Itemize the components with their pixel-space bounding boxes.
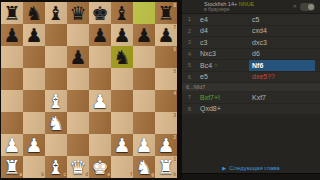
- white-move[interactable]: e5: [197, 72, 249, 83]
- analysis-panel: Stockfish 14+ NNUE в браузере ✕ 1e4c52d4…: [182, 0, 320, 180]
- variation-line[interactable]: 6...Nfd7: [182, 83, 320, 92]
- square-d1[interactable]: ♛d: [67, 156, 89, 178]
- engine-toggle[interactable]: [300, 3, 315, 11]
- black-move[interactable]: d6: [249, 49, 315, 60]
- move-list: 1e4c52d4cxd43c3dxc34Nxc3d65Bc4○Nf66e5dxe…: [182, 14, 320, 115]
- white-pawn[interactable]: ♟: [89, 90, 111, 112]
- square-f5[interactable]: [111, 68, 133, 90]
- move-row: 1e4c5: [182, 14, 320, 26]
- square-e3[interactable]: [89, 112, 111, 134]
- square-d2[interactable]: [67, 134, 89, 156]
- video-frame: ♜♞♝♛♚♝♜8♟♟♟♟♟♟7♟♞65♝♟4♞3♟♟♟♟♟2♜ab♝c♛d♚ef…: [0, 0, 320, 180]
- move-number: 2: [182, 26, 197, 37]
- move-number: 8: [182, 104, 197, 115]
- square-e2[interactable]: [89, 134, 111, 156]
- move-number: 6: [182, 72, 197, 83]
- rank-label: 1: [173, 157, 176, 162]
- move-row: 6e5dxe5??: [182, 72, 320, 84]
- square-d8[interactable]: ♛: [67, 2, 89, 24]
- square-b8[interactable]: ♞: [23, 2, 45, 24]
- black-pawn[interactable]: ♟: [67, 46, 89, 68]
- move-row: 3c3dxc3: [182, 37, 320, 49]
- square-h8[interactable]: ♜8: [155, 2, 177, 24]
- square-c1[interactable]: ♝c: [45, 156, 67, 178]
- square-e6[interactable]: [89, 46, 111, 68]
- next-chapter-button[interactable]: ▶ Следующая глава: [182, 162, 320, 173]
- file-label: a: [19, 172, 22, 177]
- engine-header: Stockfish 14+ NNUE в браузере ✕: [182, 0, 320, 14]
- rank-label: 3: [173, 113, 176, 118]
- black-move[interactable]: cxd4: [249, 26, 315, 37]
- square-g3[interactable]: [133, 112, 155, 134]
- square-d4[interactable]: [67, 90, 89, 112]
- move-number: 7: [182, 92, 197, 103]
- file-label: b: [41, 172, 44, 177]
- annotation-icon: ○: [214, 62, 218, 68]
- toggle-knob-icon: [308, 4, 314, 10]
- square-g4[interactable]: [133, 90, 155, 112]
- square-a2[interactable]: ♟: [1, 134, 23, 156]
- move-row: 4Nxc3d6: [182, 49, 320, 61]
- square-b7[interactable]: ♟: [23, 24, 45, 46]
- white-pawn[interactable]: ♟: [23, 134, 45, 156]
- square-e5[interactable]: [89, 68, 111, 90]
- white-move[interactable]: Bxf7+!: [197, 92, 249, 103]
- square-e4[interactable]: ♟: [89, 90, 111, 112]
- square-c5[interactable]: [45, 68, 67, 90]
- engine-badge: NNUE: [239, 1, 255, 7]
- rank-label: 8: [173, 3, 176, 8]
- square-h1[interactable]: ♜1h: [155, 156, 177, 178]
- move-number: 4: [182, 49, 197, 60]
- square-b5[interactable]: [23, 68, 45, 90]
- black-move[interactable]: Kxf7: [249, 92, 315, 103]
- square-e7[interactable]: ♟: [89, 24, 111, 46]
- square-d7[interactable]: [67, 24, 89, 46]
- square-a7[interactable]: ♟: [1, 24, 23, 46]
- move-number: 1: [182, 14, 197, 25]
- black-knight[interactable]: ♞: [23, 2, 45, 24]
- play-icon: ▶: [222, 165, 226, 171]
- square-g6[interactable]: [133, 46, 155, 68]
- black-king[interactable]: ♚: [89, 2, 111, 24]
- file-label: c: [63, 172, 66, 177]
- square-a4[interactable]: [1, 90, 23, 112]
- white-move[interactable]: Nxc3: [197, 49, 249, 60]
- square-e1[interactable]: ♚e: [89, 156, 111, 178]
- rank-label: 7: [173, 25, 176, 30]
- move-row: 2d4cxd4: [182, 26, 320, 38]
- square-g5[interactable]: [133, 68, 155, 90]
- white-bishop[interactable]: ♝: [45, 90, 67, 112]
- rank-label: 2: [173, 135, 176, 140]
- square-c3[interactable]: ♞: [45, 112, 67, 134]
- black-bishop[interactable]: ♝: [111, 2, 133, 24]
- square-f8[interactable]: ♝: [111, 2, 133, 24]
- square-c8[interactable]: ♝: [45, 2, 67, 24]
- square-h7[interactable]: ♟7: [155, 24, 177, 46]
- square-g7[interactable]: ♟: [133, 24, 155, 46]
- square-f3[interactable]: [111, 112, 133, 134]
- square-b3[interactable]: [23, 112, 45, 134]
- close-icon[interactable]: ✕: [293, 3, 297, 9]
- white-pawn[interactable]: ♟: [111, 134, 133, 156]
- file-label: g: [151, 172, 154, 177]
- square-d6[interactable]: ♟: [67, 46, 89, 68]
- file-label: e: [107, 172, 110, 177]
- file-label: d: [85, 172, 88, 177]
- square-f4[interactable]: [111, 90, 133, 112]
- square-h6[interactable]: 6: [155, 46, 177, 68]
- move-row: 5Bc4○Nf6: [182, 60, 320, 72]
- move-row: 8Qxd8+: [182, 104, 320, 116]
- rank-label: 5: [173, 69, 176, 74]
- square-f1[interactable]: f: [111, 156, 133, 178]
- file-label: f: [131, 172, 133, 177]
- square-f2[interactable]: ♟: [111, 134, 133, 156]
- square-c2[interactable]: [45, 134, 67, 156]
- square-g8[interactable]: [133, 2, 155, 24]
- white-pawn[interactable]: ♟: [1, 134, 23, 156]
- square-a3[interactable]: [1, 112, 23, 134]
- black-move[interactable]: dxe5??: [249, 72, 315, 83]
- square-b2[interactable]: ♟: [23, 134, 45, 156]
- black-pawn[interactable]: ♟: [111, 24, 133, 46]
- black-move[interactable]: [249, 104, 315, 115]
- file-label: h: [173, 172, 176, 177]
- white-knight[interactable]: ♞: [45, 112, 67, 134]
- square-a6[interactable]: [1, 46, 23, 68]
- square-c6[interactable]: [45, 46, 67, 68]
- move-number: 5: [182, 60, 197, 71]
- white-move[interactable]: Qxd8+: [197, 104, 249, 115]
- white-move[interactable]: Bc4○: [197, 60, 249, 71]
- square-f6[interactable]: ♞: [111, 46, 133, 68]
- move-row: 7Bxf7+!Kxf7: [182, 92, 320, 104]
- white-move[interactable]: e4: [197, 14, 249, 25]
- black-pawn[interactable]: ♟: [133, 24, 155, 46]
- white-move[interactable]: c3: [197, 37, 249, 48]
- black-move[interactable]: c5: [249, 14, 315, 25]
- square-f7[interactable]: ♟: [111, 24, 133, 46]
- square-c7[interactable]: [45, 24, 67, 46]
- black-move[interactable]: Nf6: [249, 60, 315, 71]
- white-move[interactable]: d4: [197, 26, 249, 37]
- square-d3[interactable]: [67, 112, 89, 134]
- black-bishop[interactable]: ♝: [45, 2, 67, 24]
- square-a1[interactable]: ♜a: [1, 156, 23, 178]
- black-rook[interactable]: ♜: [1, 2, 23, 24]
- rank-label: 4: [173, 91, 176, 96]
- square-c4[interactable]: ♝: [45, 90, 67, 112]
- black-pawn[interactable]: ♟: [89, 24, 111, 46]
- last-move-highlight: [133, 2, 155, 24]
- bottom-bar: [182, 173, 320, 180]
- black-queen[interactable]: ♛: [67, 2, 89, 24]
- square-b4[interactable]: [23, 90, 45, 112]
- white-pawn[interactable]: ♟: [133, 134, 155, 156]
- square-a8[interactable]: ♜: [1, 2, 23, 24]
- square-h2[interactable]: ♟2: [155, 134, 177, 156]
- move-number: 3: [182, 37, 197, 48]
- square-a5[interactable]: [1, 68, 23, 90]
- black-pawn[interactable]: ♟: [23, 24, 45, 46]
- rank-label: 6: [173, 47, 176, 52]
- square-g2[interactable]: ♟: [133, 134, 155, 156]
- square-e8[interactable]: ♚: [89, 2, 111, 24]
- square-h4[interactable]: 4: [155, 90, 177, 112]
- square-b6[interactable]: [23, 46, 45, 68]
- square-h5[interactable]: 5: [155, 68, 177, 90]
- black-pawn[interactable]: ♟: [1, 24, 23, 46]
- square-h3[interactable]: 3: [155, 112, 177, 134]
- square-b1[interactable]: b: [23, 156, 45, 178]
- square-g1[interactable]: ♞g: [133, 156, 155, 178]
- black-knight[interactable]: ♞: [111, 46, 133, 68]
- black-move[interactable]: dxc3: [249, 37, 315, 48]
- next-chapter-label: Следующая глава: [229, 165, 280, 171]
- chess-board[interactable]: ♜♞♝♛♚♝♜8♟♟♟♟♟♟7♟♞65♝♟4♞3♟♟♟♟♟2♜ab♝c♛d♚ef…: [1, 2, 177, 178]
- square-d5[interactable]: [67, 68, 89, 90]
